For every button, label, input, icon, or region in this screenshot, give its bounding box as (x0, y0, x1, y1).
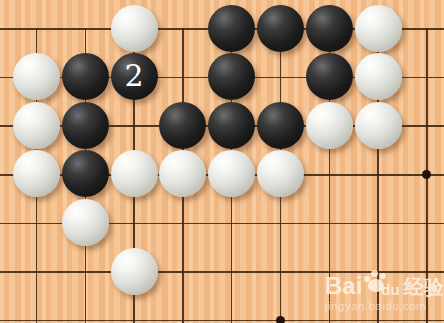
white-stone (111, 248, 158, 295)
white-stone (355, 5, 402, 52)
white-stone (111, 5, 158, 52)
black-stone (208, 5, 255, 52)
go-board: 2 Bai du 经验 jingyan.baidu.com (0, 0, 444, 323)
watermark-text-jingyan: 经验 (404, 277, 444, 297)
white-stone (62, 199, 109, 246)
white-stone (13, 150, 60, 197)
black-stone (62, 53, 109, 100)
white-stone (355, 53, 402, 100)
white-stone (208, 150, 255, 197)
black-stone: 2 (111, 53, 158, 100)
black-stone (257, 102, 304, 149)
white-stone (13, 53, 60, 100)
black-stone (208, 102, 255, 149)
baidu-jingyan-watermark: Bai du 经验 jingyan.baidu.com (325, 266, 444, 312)
white-stone (111, 150, 158, 197)
white-stone (355, 102, 402, 149)
watermark-text-bai: Bai (325, 274, 362, 298)
watermark-url: jingyan.baidu.com (325, 300, 444, 312)
black-stone (208, 53, 255, 100)
black-stone (159, 102, 206, 149)
white-stone (257, 150, 304, 197)
star-point (276, 316, 285, 323)
black-stone (62, 102, 109, 149)
black-stone (306, 5, 353, 52)
watermark-logo: Bai du 经验 (325, 266, 444, 298)
black-stone (62, 150, 109, 197)
white-stone (13, 102, 60, 149)
move-number-label: 2 (125, 61, 144, 91)
white-stone (159, 150, 206, 197)
baidu-paw-icon (363, 268, 389, 298)
white-stone (306, 102, 353, 149)
go-diagram-screenshot: 2 Bai du 经验 jingyan.baidu.com (0, 0, 444, 323)
black-stone (257, 5, 304, 52)
star-point (422, 170, 431, 179)
black-stone (306, 53, 353, 100)
